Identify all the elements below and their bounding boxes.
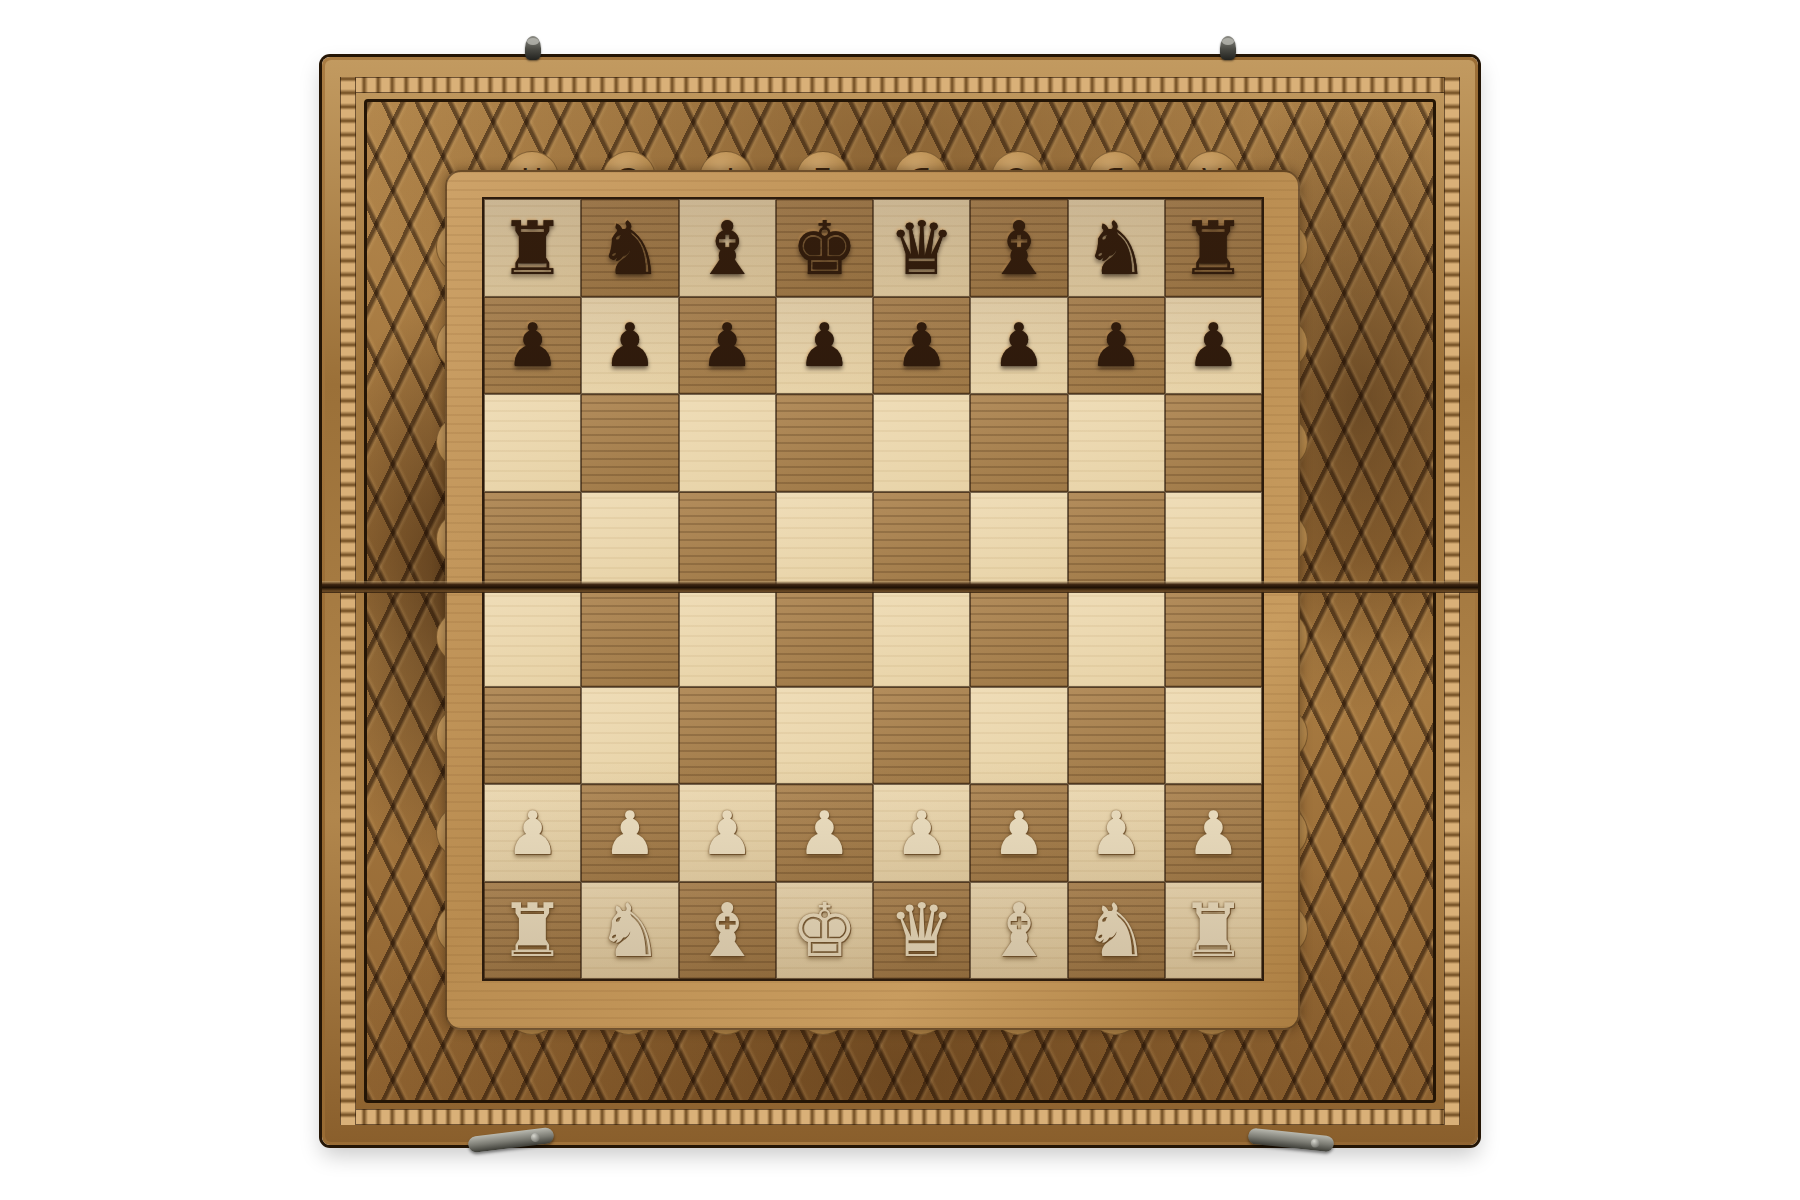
white-knight-b8[interactable]: ♞ xyxy=(1083,893,1149,967)
rope-border-top xyxy=(340,77,1460,93)
square-c3[interactable] xyxy=(970,394,1067,492)
square-c4[interactable] xyxy=(970,492,1067,590)
black-pawn-a2[interactable]: ♟ xyxy=(1186,315,1240,375)
hinge-pin-left xyxy=(525,36,541,60)
square-d6[interactable] xyxy=(873,687,970,785)
square-h1[interactable]: ♜ xyxy=(484,199,581,297)
white-bishop-f8[interactable]: ♝ xyxy=(694,893,760,967)
square-a1[interactable]: ♜ xyxy=(1165,199,1262,297)
square-h5[interactable] xyxy=(484,589,581,687)
chess-box: HHGGFFEEDDCCBBAA1122334455667788 ♜♞♝♚♛♝♞… xyxy=(322,57,1478,1145)
square-h6[interactable] xyxy=(484,687,581,785)
square-e6[interactable] xyxy=(776,687,873,785)
white-pawn-a7[interactable]: ♟ xyxy=(1186,803,1240,863)
square-g5[interactable] xyxy=(581,589,678,687)
square-e4[interactable] xyxy=(776,492,873,590)
rope-border-bottom xyxy=(340,1109,1460,1125)
white-pawn-d7[interactable]: ♟ xyxy=(895,803,949,863)
square-c1[interactable]: ♝ xyxy=(970,199,1067,297)
square-b4[interactable] xyxy=(1068,492,1165,590)
square-f4[interactable] xyxy=(679,492,776,590)
square-f5[interactable] xyxy=(679,589,776,687)
black-bishop-f1[interactable]: ♝ xyxy=(694,211,760,285)
square-g4[interactable] xyxy=(581,492,678,590)
square-b7[interactable]: ♟ xyxy=(1068,784,1165,882)
square-d4[interactable] xyxy=(873,492,970,590)
square-d5[interactable] xyxy=(873,589,970,687)
square-h8[interactable]: ♜ xyxy=(484,882,581,980)
rope-border-right xyxy=(1444,77,1460,1125)
black-pawn-g2[interactable]: ♟ xyxy=(603,315,657,375)
square-a7[interactable]: ♟ xyxy=(1165,784,1262,882)
white-pawn-b7[interactable]: ♟ xyxy=(1089,803,1143,863)
square-e2[interactable]: ♟ xyxy=(776,297,873,395)
square-b5[interactable] xyxy=(1068,589,1165,687)
square-e3[interactable] xyxy=(776,394,873,492)
square-e5[interactable] xyxy=(776,589,873,687)
square-b2[interactable]: ♟ xyxy=(1068,297,1165,395)
black-rook-a1[interactable]: ♜ xyxy=(1180,211,1246,285)
square-b8[interactable]: ♞ xyxy=(1068,882,1165,980)
white-king-e8[interactable]: ♚ xyxy=(791,893,857,967)
white-rook-h8[interactable]: ♜ xyxy=(499,893,565,967)
square-e7[interactable]: ♟ xyxy=(776,784,873,882)
white-pawn-g7[interactable]: ♟ xyxy=(603,803,657,863)
square-c8[interactable]: ♝ xyxy=(970,882,1067,980)
square-b1[interactable]: ♞ xyxy=(1068,199,1165,297)
square-e8[interactable]: ♚ xyxy=(776,882,873,980)
square-a2[interactable]: ♟ xyxy=(1165,297,1262,395)
square-e1[interactable]: ♚ xyxy=(776,199,873,297)
black-pawn-c2[interactable]: ♟ xyxy=(992,315,1046,375)
scene: HHGGFFEEDDCCBBAA1122334455667788 ♜♞♝♚♛♝♞… xyxy=(0,0,1800,1200)
square-g6[interactable] xyxy=(581,687,678,785)
black-bishop-c1[interactable]: ♝ xyxy=(986,211,1052,285)
hinge-pin-right xyxy=(1220,36,1236,60)
square-b3[interactable] xyxy=(1068,394,1165,492)
square-f1[interactable]: ♝ xyxy=(679,199,776,297)
black-rook-h1[interactable]: ♜ xyxy=(499,211,565,285)
black-pawn-b2[interactable]: ♟ xyxy=(1089,315,1143,375)
fold-seam xyxy=(322,581,1478,593)
square-a5[interactable] xyxy=(1165,589,1262,687)
black-knight-b1[interactable]: ♞ xyxy=(1083,211,1149,285)
square-a4[interactable] xyxy=(1165,492,1262,590)
square-d8[interactable]: ♛ xyxy=(873,882,970,980)
white-queen-d8[interactable]: ♛ xyxy=(888,893,954,967)
square-h7[interactable]: ♟ xyxy=(484,784,581,882)
square-d7[interactable]: ♟ xyxy=(873,784,970,882)
black-pawn-f2[interactable]: ♟ xyxy=(700,315,754,375)
square-g3[interactable] xyxy=(581,394,678,492)
black-knight-g1[interactable]: ♞ xyxy=(597,211,663,285)
black-queen-d1[interactable]: ♛ xyxy=(888,211,954,285)
square-h3[interactable] xyxy=(484,394,581,492)
square-g2[interactable]: ♟ xyxy=(581,297,678,395)
white-pawn-f7[interactable]: ♟ xyxy=(700,803,754,863)
square-c7[interactable]: ♟ xyxy=(970,784,1067,882)
black-pawn-h2[interactable]: ♟ xyxy=(506,315,560,375)
square-c5[interactable] xyxy=(970,589,1067,687)
white-knight-g8[interactable]: ♞ xyxy=(597,893,663,967)
square-d2[interactable]: ♟ xyxy=(873,297,970,395)
square-f2[interactable]: ♟ xyxy=(679,297,776,395)
square-c2[interactable]: ♟ xyxy=(970,297,1067,395)
square-c6[interactable] xyxy=(970,687,1067,785)
square-g1[interactable]: ♞ xyxy=(581,199,678,297)
white-pawn-h7[interactable]: ♟ xyxy=(506,803,560,863)
square-a6[interactable] xyxy=(1165,687,1262,785)
square-h4[interactable] xyxy=(484,492,581,590)
white-bishop-c8[interactable]: ♝ xyxy=(986,893,1052,967)
square-f8[interactable]: ♝ xyxy=(679,882,776,980)
white-pawn-c7[interactable]: ♟ xyxy=(992,803,1046,863)
rope-border-left xyxy=(340,77,356,1125)
white-rook-a8[interactable]: ♜ xyxy=(1180,893,1246,967)
square-b6[interactable] xyxy=(1068,687,1165,785)
square-a3[interactable] xyxy=(1165,394,1262,492)
square-f6[interactable] xyxy=(679,687,776,785)
square-a8[interactable]: ♜ xyxy=(1165,882,1262,980)
square-h2[interactable]: ♟ xyxy=(484,297,581,395)
black-king-e1[interactable]: ♚ xyxy=(791,211,857,285)
square-g8[interactable]: ♞ xyxy=(581,882,678,980)
square-g7[interactable]: ♟ xyxy=(581,784,678,882)
square-f7[interactable]: ♟ xyxy=(679,784,776,882)
square-d1[interactable]: ♛ xyxy=(873,199,970,297)
black-pawn-d2[interactable]: ♟ xyxy=(895,315,949,375)
white-pawn-e7[interactable]: ♟ xyxy=(797,803,851,863)
square-f3[interactable] xyxy=(679,394,776,492)
black-pawn-e2[interactable]: ♟ xyxy=(797,315,851,375)
square-d3[interactable] xyxy=(873,394,970,492)
